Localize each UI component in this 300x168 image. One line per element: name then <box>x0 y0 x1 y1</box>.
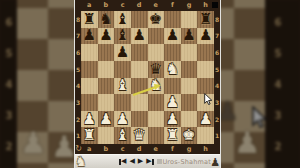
file-label: b <box>98 144 115 154</box>
square-h8[interactable]: ♜ <box>197 11 214 28</box>
square-e5[interactable]: ♛ <box>148 61 165 78</box>
background-square <box>17 0 48 8</box>
square-b7[interactable]: ♟ <box>98 28 115 45</box>
piece-black-q[interactable]: ♛ <box>149 62 162 77</box>
square-c2[interactable]: ♟ <box>114 111 131 128</box>
piece-white-p[interactable]: ♟ <box>99 112 112 127</box>
square-h5[interactable] <box>197 61 214 78</box>
file-label: e <box>148 0 165 10</box>
background-rank-number: 3 <box>2 110 16 121</box>
square-d7[interactable]: ♟ <box>131 28 148 45</box>
background-rank-number: 4 <box>2 79 16 90</box>
piece-black-r[interactable]: ♜ <box>83 12 96 27</box>
piece-white-b[interactable]: ♝ <box>116 78 129 93</box>
mouse-cursor-icon <box>204 93 213 105</box>
chess-app-window: abcdefgh 87654321 87654321 ♜♞♝♚♜♟♟♝♟♟♟♟♟… <box>74 0 221 168</box>
skip-to-start-button[interactable]: ◀ <box>119 158 126 165</box>
playback-controls: ◀◀▶▶ <box>119 155 162 168</box>
square-c1[interactable]: ♝ <box>114 127 131 144</box>
piece-black-p[interactable]: ♟ <box>132 28 145 43</box>
square-c8[interactable]: ♝ <box>114 11 131 28</box>
file-label: e <box>148 144 165 154</box>
square-e6[interactable] <box>148 44 165 61</box>
rank-label: 6 <box>214 44 220 61</box>
file-label: a <box>81 0 98 10</box>
square-c5[interactable] <box>114 61 131 78</box>
rank-label: 2 <box>214 111 220 128</box>
square-a3[interactable] <box>81 94 98 111</box>
pawn-icon: ♟ <box>210 157 220 168</box>
square-f6[interactable] <box>164 44 181 61</box>
piece-white-p[interactable]: ♟ <box>166 95 179 110</box>
file-label: g <box>181 0 198 10</box>
square-g1[interactable]: ♚ <box>181 127 198 144</box>
square-b6[interactable] <box>98 44 115 61</box>
square-b1[interactable] <box>98 127 115 144</box>
square-g7[interactable]: ♟ <box>181 28 198 45</box>
background-rank-number: 5 <box>2 48 16 59</box>
piece-black-b[interactable]: ♝ <box>116 28 129 43</box>
square-e1[interactable] <box>148 127 165 144</box>
step-forward-button[interactable]: ▶ <box>138 158 143 165</box>
step-back-button[interactable]: ◀ <box>129 158 134 165</box>
square-a2[interactable]: ♟ <box>81 111 98 128</box>
corner-square-icon[interactable] <box>212 2 218 8</box>
piece-black-p[interactable]: ♟ <box>182 28 195 43</box>
piece-black-n[interactable]: ♞ <box>99 12 112 27</box>
rank-label: 7 <box>214 28 220 45</box>
background-square <box>17 163 48 168</box>
piece-white-b[interactable]: ♝ <box>116 128 129 143</box>
background-pawn: ♟ <box>232 128 263 158</box>
background-rank-number: 3 <box>271 110 285 121</box>
piece-white-p[interactable]: ♟ <box>166 112 179 127</box>
file-label: f <box>164 0 181 10</box>
square-b4[interactable] <box>98 78 115 95</box>
square-e2[interactable] <box>148 111 165 128</box>
square-d2[interactable] <box>131 111 148 128</box>
rank-label: 4 <box>214 78 220 95</box>
background-square <box>17 70 48 101</box>
square-g2[interactable] <box>181 111 198 128</box>
square-g6[interactable] <box>181 44 198 61</box>
background-rank-number: 5 <box>271 48 285 59</box>
square-h6[interactable] <box>197 44 214 61</box>
file-label: c <box>114 144 131 154</box>
rank-label: 5 <box>214 61 220 78</box>
square-g3[interactable] <box>181 94 198 111</box>
background-square <box>17 39 48 70</box>
file-labels-top: abcdefgh <box>81 0 214 10</box>
square-g4[interactable] <box>181 78 198 95</box>
square-a8[interactable]: ♜ <box>81 11 98 28</box>
square-f1[interactable]: ♜ <box>164 127 181 144</box>
piece-white-p[interactable]: ♟ <box>199 112 212 127</box>
square-a5[interactable] <box>81 61 98 78</box>
bar-glyph <box>152 159 154 165</box>
square-f8[interactable] <box>164 11 181 28</box>
piece-white-p[interactable]: ♟ <box>83 112 96 127</box>
rank-label: 3 <box>214 94 220 111</box>
piece-white-r[interactable]: ♜ <box>83 128 96 143</box>
piece-white-n[interactable]: ♞ <box>149 78 162 93</box>
piece-white-q[interactable]: ♛ <box>132 128 145 143</box>
square-d8[interactable] <box>131 11 148 28</box>
square-c3[interactable] <box>114 94 131 111</box>
square-b8[interactable]: ♞ <box>98 11 115 28</box>
knight-icon[interactable]: ♞ <box>75 155 87 168</box>
square-h1[interactable] <box>197 127 214 144</box>
square-h7[interactable]: ♟ <box>197 28 214 45</box>
square-c7[interactable]: ♝ <box>114 28 131 45</box>
file-label: f <box>164 144 181 154</box>
background-square <box>234 39 265 70</box>
square-a6[interactable] <box>81 44 98 61</box>
background-square <box>234 163 265 168</box>
file-label: g <box>181 144 198 154</box>
file-label: c <box>114 0 131 10</box>
piece-black-p[interactable]: ♟ <box>99 28 112 43</box>
triangle-glyph: ◀ <box>121 158 126 165</box>
piece-white-p[interactable]: ♟ <box>116 112 129 127</box>
background-rank-number: 2 <box>2 141 16 152</box>
control-bar: ♞ ◀◀▶▶ Uros-Shahmat ♟ <box>75 154 220 168</box>
screenshot-stage: 6655443322 ♟♟♟♟ abcdefgh 87654321 876543… <box>0 0 300 168</box>
background-square <box>234 8 265 39</box>
square-f4[interactable] <box>164 78 181 95</box>
square-c4[interactable]: ♝ <box>114 78 131 95</box>
file-label: b <box>98 0 115 10</box>
background-rank-number: 6 <box>2 17 16 28</box>
square-f3[interactable]: ♟ <box>164 94 181 111</box>
square-b3[interactable] <box>98 94 115 111</box>
rank-labels-right: 87654321 <box>214 11 220 144</box>
square-d3[interactable] <box>131 94 148 111</box>
piece-black-p[interactable]: ♟ <box>199 28 212 43</box>
square-g8[interactable] <box>181 11 198 28</box>
piece-black-k[interactable]: ♚ <box>149 12 162 27</box>
file-label: d <box>131 0 148 10</box>
square-f7[interactable]: ♟ <box>164 28 181 45</box>
skip-to-end-button[interactable]: ▶ <box>146 158 153 165</box>
square-f2[interactable]: ♟ <box>164 111 181 128</box>
piece-black-p[interactable]: ♟ <box>116 45 129 60</box>
background-rank-number: 6 <box>271 17 285 28</box>
piece-black-p[interactable]: ♟ <box>83 28 96 43</box>
background-pawn: ♟ <box>18 128 49 158</box>
file-label: a <box>81 144 98 154</box>
square-c6[interactable]: ♟ <box>114 44 131 61</box>
stop-button-disabled <box>157 159 162 164</box>
square-a7[interactable]: ♟ <box>81 28 98 45</box>
square-e3[interactable] <box>148 94 165 111</box>
app-name-label: Uros-Shahmat <box>162 158 211 166</box>
rank-label: 1 <box>214 127 220 144</box>
background-rank-number: 2 <box>271 141 285 152</box>
square-h4[interactable] <box>197 78 214 95</box>
square-d4[interactable] <box>131 78 148 95</box>
square-d1[interactable]: ♛ <box>131 127 148 144</box>
rank-label: 8 <box>214 11 220 28</box>
chess-board[interactable]: ♜♞♝♚♜♟♟♝♟♟♟♟♟♛♞♝♞♟♟♟♟♟♟♜♝♛♜♚ <box>81 11 214 144</box>
background-square <box>234 0 265 8</box>
square-f5[interactable]: ♞ <box>164 61 181 78</box>
piece-black-r[interactable]: ♜ <box>199 12 212 27</box>
square-e4[interactable]: ♞ <box>148 78 165 95</box>
square-e7[interactable] <box>148 28 165 45</box>
triangle-glyph: ▶ <box>146 158 151 165</box>
square-e8[interactable]: ♚ <box>148 11 165 28</box>
file-labels-bottom: abcdefgh <box>81 144 214 154</box>
triangle-glyph: ▶ <box>138 158 143 165</box>
background-cursor-icon <box>252 106 268 128</box>
triangle-glyph: ◀ <box>129 158 134 165</box>
square-a1[interactable]: ♜ <box>81 127 98 144</box>
square-g5[interactable] <box>181 61 198 78</box>
background-rank-number: 4 <box>271 79 285 90</box>
square-h2[interactable]: ♟ <box>197 111 214 128</box>
piece-white-k[interactable]: ♚ <box>182 128 195 143</box>
piece-white-n[interactable]: ♞ <box>166 62 179 77</box>
piece-white-r[interactable]: ♜ <box>166 128 179 143</box>
square-b5[interactable] <box>98 61 115 78</box>
piece-black-p[interactable]: ♟ <box>166 28 179 43</box>
square-b2[interactable]: ♟ <box>98 111 115 128</box>
square-a4[interactable] <box>81 78 98 95</box>
file-label: d <box>131 144 148 154</box>
background-square <box>17 8 48 39</box>
square-d6[interactable] <box>131 44 148 61</box>
file-label: h <box>197 144 214 154</box>
square-d5[interactable] <box>131 61 148 78</box>
piece-black-b[interactable]: ♝ <box>116 12 129 27</box>
